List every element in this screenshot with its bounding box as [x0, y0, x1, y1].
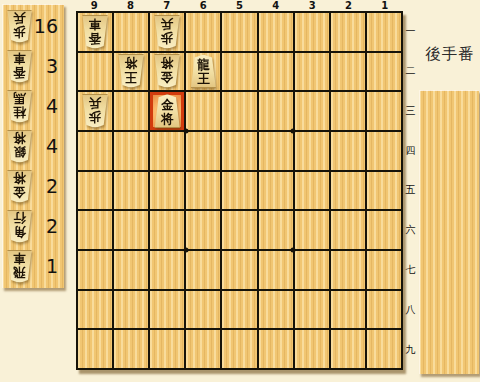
square-63[interactable] [186, 92, 220, 130]
lance-piece[interactable]: 香車 [81, 15, 109, 49]
piece-kanji: 兵 [6, 12, 33, 26]
square-45[interactable] [259, 172, 293, 210]
square-14[interactable] [367, 132, 401, 170]
square-69[interactable] [186, 330, 220, 368]
square-81[interactable] [114, 13, 148, 51]
file-label-9: 9 [76, 0, 112, 11]
piece-face-gote: 角行 [6, 210, 33, 243]
piece-kanji: 桂 [6, 105, 33, 119]
hand-item-knight[interactable]: 桂馬4 [2, 90, 64, 123]
square-33[interactable] [295, 92, 329, 130]
square-19[interactable] [367, 330, 401, 368]
square-11[interactable] [367, 13, 401, 51]
gote-hand-tray: 歩兵16香車3桂馬4銀将4金将2角行2飛車1 [2, 4, 64, 288]
square-51[interactable] [222, 13, 256, 51]
star-point [183, 247, 188, 252]
rook-piece[interactable]: 飛車 [6, 250, 33, 283]
piece-kanji: 歩 [6, 25, 33, 39]
hand-count-knight: 4 [46, 95, 58, 117]
square-71[interactable]: 歩兵 [150, 13, 184, 51]
square-67[interactable] [186, 251, 220, 289]
piece-face-gote: 桂馬 [6, 90, 33, 123]
hand-item-pawn[interactable]: 歩兵16 [2, 10, 64, 43]
rank-label-5: 五 [404, 171, 417, 211]
piece-face-gote: 金将 [6, 170, 33, 203]
square-43[interactable] [259, 92, 293, 130]
file-label-7: 7 [149, 0, 185, 11]
hand-item-bishop[interactable]: 角行2 [2, 210, 64, 243]
square-29[interactable] [331, 330, 365, 368]
piece-kanji: 飛 [6, 265, 33, 279]
piece-kanji: 将 [117, 57, 145, 71]
square-89[interactable] [114, 330, 148, 368]
hand-count-bishop: 2 [46, 215, 58, 237]
square-38[interactable] [295, 291, 329, 329]
file-label-6: 6 [185, 0, 221, 11]
square-49[interactable] [259, 330, 293, 368]
square-64[interactable] [186, 132, 220, 170]
piece-kanji: 歩 [153, 31, 181, 45]
square-22[interactable] [331, 53, 365, 91]
square-99[interactable] [78, 330, 112, 368]
piece-face-gote: 歩兵 [81, 94, 109, 128]
square-18[interactable] [367, 291, 401, 329]
square-25[interactable] [331, 172, 365, 210]
rank-label-2: 二 [404, 51, 417, 91]
piece-face-sente: 金将 [153, 94, 181, 128]
square-97[interactable] [78, 251, 112, 289]
square-94[interactable] [78, 132, 112, 170]
square-24[interactable] [331, 132, 365, 170]
piece-kanji: 将 [6, 172, 33, 186]
piece-face-gote: 飛車 [6, 250, 33, 283]
square-21[interactable] [331, 13, 365, 51]
silver-piece[interactable]: 銀将 [6, 130, 33, 163]
square-53[interactable] [222, 92, 256, 130]
square-27[interactable] [331, 251, 365, 289]
square-35[interactable] [295, 172, 329, 210]
piece-face-gote: 王将 [117, 54, 145, 88]
piece-kanji: 銀 [6, 145, 33, 159]
square-48[interactable] [259, 291, 293, 329]
rank-label-4: 四 [404, 131, 417, 171]
file-label-8: 8 [112, 0, 148, 11]
square-39[interactable] [295, 330, 329, 368]
piece-kanji: 車 [6, 52, 33, 66]
piece-kanji: 兵 [81, 97, 109, 111]
square-91[interactable]: 香車 [78, 13, 112, 51]
rank-label-3: 三 [404, 91, 417, 131]
square-98[interactable] [78, 291, 112, 329]
square-13[interactable] [367, 92, 401, 130]
piece-kanji: 龍 [189, 58, 217, 72]
knight-piece[interactable]: 桂馬 [6, 90, 33, 123]
piece-kanji: 王 [117, 71, 145, 85]
square-28[interactable] [331, 291, 365, 329]
square-79[interactable] [150, 330, 184, 368]
square-17[interactable] [367, 251, 401, 289]
piece-kanji: 金 [6, 185, 33, 199]
square-59[interactable] [222, 330, 256, 368]
hand-item-gold[interactable]: 金将2 [2, 170, 64, 203]
piece-kanji: 車 [81, 18, 109, 32]
piece-kanji: 歩 [81, 111, 109, 125]
king-piece[interactable]: 王将 [117, 54, 145, 88]
hand-item-rook[interactable]: 飛車1 [2, 250, 64, 283]
pawn-piece[interactable]: 歩兵 [6, 10, 33, 43]
square-72[interactable]: 金将 [150, 53, 184, 91]
star-point [183, 129, 188, 134]
piece-face-gote: 香車 [6, 50, 33, 83]
square-31[interactable] [295, 13, 329, 51]
square-74[interactable] [150, 132, 184, 170]
rank-label-9: 九 [404, 330, 417, 370]
square-47[interactable] [259, 251, 293, 289]
square-44[interactable] [259, 132, 293, 170]
file-label-2: 2 [330, 0, 366, 11]
hand-count-silver: 4 [46, 135, 58, 157]
dragon-piece[interactable]: 龍王 [189, 54, 217, 88]
piece-kanji: 角 [6, 225, 33, 239]
square-78[interactable] [150, 291, 184, 329]
square-95[interactable] [78, 172, 112, 210]
square-32[interactable] [295, 53, 329, 91]
square-34[interactable] [295, 132, 329, 170]
hand-count-rook: 1 [46, 255, 58, 277]
square-54[interactable] [222, 132, 256, 170]
square-57[interactable] [222, 251, 256, 289]
square-12[interactable] [367, 53, 401, 91]
star-point [291, 129, 296, 134]
square-36[interactable] [295, 211, 329, 249]
rank-label-6: 六 [404, 210, 417, 250]
square-88[interactable] [114, 291, 148, 329]
hand-count-gold: 2 [46, 175, 58, 197]
hand-item-silver[interactable]: 銀将4 [2, 130, 64, 163]
square-62[interactable]: 龍王 [186, 53, 220, 91]
piece-face-sente: 龍王 [189, 54, 217, 88]
piece-kanji: 将 [6, 132, 33, 146]
piece-kanji: 金 [153, 71, 181, 85]
square-83[interactable] [114, 92, 148, 130]
square-56[interactable] [222, 211, 256, 249]
hand-count-pawn: 16 [34, 15, 58, 37]
gold-piece[interactable]: 金将 [6, 170, 33, 203]
file-label-4: 4 [258, 0, 294, 11]
bishop-piece[interactable]: 角行 [6, 210, 33, 243]
gold-piece[interactable]: 金将 [153, 94, 181, 128]
file-labels: 987654321 [76, 0, 403, 11]
rank-label-7: 七 [404, 250, 417, 290]
turn-indicator: 後手番 [420, 44, 480, 65]
piece-kanji: 金 [153, 98, 181, 112]
square-82[interactable]: 王将 [114, 53, 148, 91]
rank-label-1: 一 [404, 11, 417, 51]
square-23[interactable] [331, 92, 365, 130]
square-86[interactable] [114, 211, 148, 249]
board-grid: 香車歩兵王将金将龍王歩兵金将 [78, 13, 401, 368]
rank-label-8: 八 [404, 290, 417, 330]
piece-face-gote: 銀将 [6, 130, 33, 163]
piece-kanji: 王 [189, 72, 217, 86]
square-58[interactable] [222, 291, 256, 329]
piece-kanji: 兵 [153, 18, 181, 32]
file-label-1: 1 [367, 0, 403, 11]
square-68[interactable] [186, 291, 220, 329]
piece-kanji: 将 [153, 57, 181, 71]
square-84[interactable] [114, 132, 148, 170]
piece-face-gote: 香車 [81, 15, 109, 49]
square-93[interactable]: 歩兵 [78, 92, 112, 130]
square-73[interactable]: 金将 [150, 92, 184, 130]
square-61[interactable] [186, 13, 220, 51]
square-42[interactable] [259, 53, 293, 91]
rank-labels: 一二三四五六七八九 [404, 11, 417, 370]
square-92[interactable] [78, 53, 112, 91]
hand-item-lance[interactable]: 香車3 [2, 50, 64, 83]
square-87[interactable] [114, 251, 148, 289]
square-75[interactable] [150, 172, 184, 210]
shogi-app: 歩兵16香車3桂馬4銀将4金将2角行2飛車1 987654321 香車歩兵王将金… [0, 0, 480, 382]
pawn-piece[interactable]: 歩兵 [81, 94, 109, 128]
file-label-3: 3 [294, 0, 330, 11]
piece-face-gote: 金将 [153, 54, 181, 88]
piece-kanji: 香 [81, 31, 109, 45]
shogi-board: 香車歩兵王将金将龍王歩兵金将 [76, 11, 403, 370]
square-16[interactable] [367, 211, 401, 249]
square-41[interactable] [259, 13, 293, 51]
piece-face-gote: 歩兵 [153, 15, 181, 49]
square-15[interactable] [367, 172, 401, 210]
star-point [291, 247, 296, 252]
piece-kanji: 将 [153, 112, 181, 126]
square-96[interactable] [78, 211, 112, 249]
square-46[interactable] [259, 211, 293, 249]
square-76[interactable] [150, 211, 184, 249]
lance-piece[interactable]: 香車 [6, 50, 33, 83]
piece-kanji: 馬 [6, 92, 33, 106]
piece-kanji: 香 [6, 65, 33, 79]
piece-face-gote: 歩兵 [6, 10, 33, 43]
gold-piece[interactable]: 金将 [153, 54, 181, 88]
square-65[interactable] [186, 172, 220, 210]
square-66[interactable] [186, 211, 220, 249]
hand-count-lance: 3 [46, 55, 58, 77]
square-85[interactable] [114, 172, 148, 210]
pawn-piece[interactable]: 歩兵 [153, 15, 181, 49]
square-26[interactable] [331, 211, 365, 249]
square-37[interactable] [295, 251, 329, 289]
square-52[interactable] [222, 53, 256, 91]
piece-kanji: 行 [6, 212, 33, 226]
square-55[interactable] [222, 172, 256, 210]
square-77[interactable] [150, 251, 184, 289]
file-label-5: 5 [221, 0, 257, 11]
piece-kanji: 車 [6, 252, 33, 266]
sente-hand-tray [419, 90, 479, 374]
